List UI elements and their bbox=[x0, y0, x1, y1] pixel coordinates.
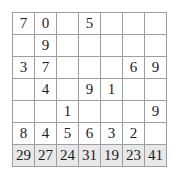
cell-r6c7[interactable] bbox=[145, 123, 167, 145]
cell-r1c7[interactable] bbox=[145, 13, 167, 35]
cell-r4c2: 4 bbox=[35, 79, 57, 101]
cell-r2c4[interactable] bbox=[79, 35, 101, 57]
cell-r5c1[interactable] bbox=[13, 101, 35, 123]
cell-r4c6[interactable] bbox=[123, 79, 145, 101]
cell-r6c6: 2 bbox=[123, 123, 145, 145]
sum-cell-c5: 19 bbox=[101, 145, 123, 167]
cell-r6c2: 4 bbox=[35, 123, 57, 145]
sum-cell-c3: 24 bbox=[57, 145, 79, 167]
cell-r3c7: 9 bbox=[145, 57, 167, 79]
cell-r2c3[interactable] bbox=[57, 35, 79, 57]
cell-r4c5: 1 bbox=[101, 79, 123, 101]
cell-r5c7: 9 bbox=[145, 101, 167, 123]
cell-r6c4: 6 bbox=[79, 123, 101, 145]
sum-cell-c6: 23 bbox=[123, 145, 145, 167]
cell-r2c6[interactable] bbox=[123, 35, 145, 57]
cell-r2c5[interactable] bbox=[101, 35, 123, 57]
cell-r3c4[interactable] bbox=[79, 57, 101, 79]
cell-r4c3[interactable] bbox=[57, 79, 79, 101]
cell-r2c1[interactable] bbox=[13, 35, 35, 57]
cell-r3c6: 6 bbox=[123, 57, 145, 79]
cell-r2c2: 9 bbox=[35, 35, 57, 57]
cell-r1c4: 5 bbox=[79, 13, 101, 35]
cell-r5c4[interactable] bbox=[79, 101, 101, 123]
cell-r6c5: 3 bbox=[101, 123, 123, 145]
sum-cell-c1: 29 bbox=[13, 145, 35, 167]
cell-r5c2[interactable] bbox=[35, 101, 57, 123]
cell-r5c5[interactable] bbox=[101, 101, 123, 123]
cell-r4c1[interactable] bbox=[13, 79, 35, 101]
cell-r4c4: 9 bbox=[79, 79, 101, 101]
cell-r6c3: 5 bbox=[57, 123, 79, 145]
cell-r3c3[interactable] bbox=[57, 57, 79, 79]
cell-r1c5[interactable] bbox=[101, 13, 123, 35]
cell-r5c3: 1 bbox=[57, 101, 79, 123]
cell-r2c7[interactable] bbox=[145, 35, 167, 57]
cell-r4c7[interactable] bbox=[145, 79, 167, 101]
cell-r1c6[interactable] bbox=[123, 13, 145, 35]
cell-r5c6[interactable] bbox=[123, 101, 145, 123]
sum-cell-c4: 31 bbox=[79, 145, 101, 167]
cell-r3c2: 7 bbox=[35, 57, 57, 79]
cell-r1c1: 7 bbox=[13, 13, 35, 35]
cell-r6c1: 8 bbox=[13, 123, 35, 145]
cell-r3c5[interactable] bbox=[101, 57, 123, 79]
cell-r1c3[interactable] bbox=[57, 13, 79, 35]
puzzle-board: 705937694911984563229272431192341 bbox=[12, 12, 167, 167]
cell-r1c2: 0 bbox=[35, 13, 57, 35]
sum-cell-c7: 41 bbox=[145, 145, 167, 167]
sum-cell-c2: 27 bbox=[35, 145, 57, 167]
cell-r3c1: 3 bbox=[13, 57, 35, 79]
